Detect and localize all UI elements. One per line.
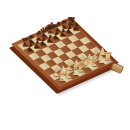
chess-board: ♜♞♝♛♚♝♞♜♟♟♟♟♟♟♟♟♟♟♟♟♟♟♟♟♜♞♝♛♚♝♞♜ <box>11 17 119 90</box>
brass-clasp-icon <box>110 62 124 74</box>
piece-black-rook: ♜ <box>61 16 81 27</box>
product-photo: ♜♞♝♛♚♝♞♜♟♟♟♟♟♟♟♟♟♟♟♟♟♟♟♟♜♞♝♛♚♝♞♜ <box>0 0 130 130</box>
